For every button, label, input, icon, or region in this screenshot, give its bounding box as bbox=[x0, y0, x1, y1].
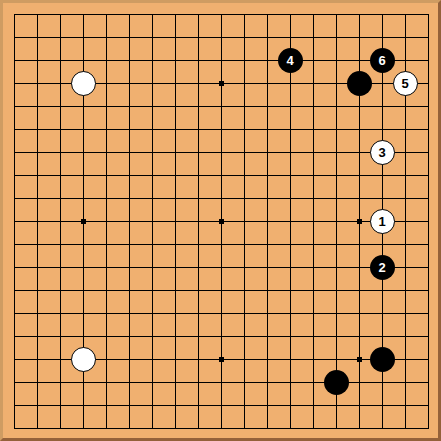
intersection bbox=[233, 141, 256, 164]
intersection bbox=[371, 325, 394, 348]
intersection bbox=[371, 348, 394, 371]
white-stone-move-5: 5 bbox=[393, 71, 418, 96]
intersection bbox=[279, 371, 302, 394]
intersection bbox=[302, 325, 325, 348]
intersection bbox=[325, 49, 348, 72]
intersection bbox=[233, 348, 256, 371]
intersection bbox=[325, 3, 348, 26]
intersection bbox=[26, 164, 49, 187]
intersection bbox=[394, 233, 417, 256]
intersection bbox=[72, 302, 95, 325]
intersection bbox=[3, 371, 26, 394]
intersection bbox=[210, 394, 233, 417]
intersection bbox=[233, 187, 256, 210]
intersection bbox=[417, 187, 440, 210]
intersection bbox=[233, 118, 256, 141]
intersection bbox=[417, 210, 440, 233]
intersection bbox=[371, 371, 394, 394]
intersection bbox=[141, 26, 164, 49]
intersection: 1 bbox=[371, 210, 394, 233]
intersection bbox=[118, 118, 141, 141]
intersection bbox=[49, 118, 72, 141]
intersection bbox=[302, 26, 325, 49]
intersection bbox=[141, 325, 164, 348]
intersection bbox=[417, 279, 440, 302]
intersection bbox=[118, 325, 141, 348]
intersection bbox=[187, 256, 210, 279]
intersection bbox=[72, 210, 95, 233]
intersection bbox=[141, 302, 164, 325]
intersection bbox=[279, 279, 302, 302]
intersection bbox=[49, 49, 72, 72]
intersection bbox=[95, 49, 118, 72]
intersection bbox=[3, 187, 26, 210]
intersection bbox=[187, 371, 210, 394]
intersection bbox=[26, 348, 49, 371]
intersection bbox=[233, 72, 256, 95]
intersection bbox=[187, 325, 210, 348]
intersection bbox=[371, 187, 394, 210]
intersection bbox=[233, 210, 256, 233]
intersection bbox=[95, 233, 118, 256]
intersection bbox=[210, 164, 233, 187]
intersection bbox=[26, 95, 49, 118]
intersection bbox=[164, 371, 187, 394]
intersection bbox=[348, 348, 371, 371]
intersection bbox=[49, 187, 72, 210]
intersection bbox=[417, 118, 440, 141]
intersection bbox=[279, 325, 302, 348]
intersection bbox=[371, 118, 394, 141]
intersection bbox=[348, 233, 371, 256]
intersection bbox=[348, 118, 371, 141]
intersection bbox=[325, 72, 348, 95]
intersection bbox=[210, 49, 233, 72]
intersection bbox=[3, 49, 26, 72]
intersection bbox=[187, 302, 210, 325]
intersection bbox=[26, 187, 49, 210]
intersection bbox=[72, 72, 95, 95]
intersection bbox=[72, 95, 95, 118]
white-stone bbox=[71, 347, 96, 372]
intersection bbox=[164, 164, 187, 187]
intersection bbox=[371, 302, 394, 325]
intersection bbox=[302, 256, 325, 279]
intersection bbox=[371, 95, 394, 118]
intersection bbox=[49, 325, 72, 348]
intersection bbox=[302, 3, 325, 26]
go-board: 465312 bbox=[0, 0, 441, 441]
intersection bbox=[3, 141, 26, 164]
intersection bbox=[210, 348, 233, 371]
intersection bbox=[118, 348, 141, 371]
intersection bbox=[394, 141, 417, 164]
intersection bbox=[233, 279, 256, 302]
intersection bbox=[348, 26, 371, 49]
intersection bbox=[325, 141, 348, 164]
intersection bbox=[49, 394, 72, 417]
intersection bbox=[3, 164, 26, 187]
intersection bbox=[279, 141, 302, 164]
intersection bbox=[26, 3, 49, 26]
white-stone bbox=[71, 71, 96, 96]
intersection bbox=[49, 164, 72, 187]
intersection bbox=[417, 26, 440, 49]
intersection bbox=[95, 187, 118, 210]
intersection bbox=[417, 394, 440, 417]
intersection bbox=[187, 95, 210, 118]
intersection bbox=[279, 3, 302, 26]
intersection bbox=[118, 256, 141, 279]
intersection bbox=[118, 72, 141, 95]
intersection bbox=[49, 371, 72, 394]
intersection bbox=[118, 3, 141, 26]
intersection bbox=[256, 187, 279, 210]
intersection bbox=[302, 210, 325, 233]
intersection bbox=[325, 210, 348, 233]
intersection bbox=[371, 279, 394, 302]
intersection bbox=[302, 164, 325, 187]
intersection bbox=[233, 302, 256, 325]
intersection bbox=[49, 302, 72, 325]
intersection bbox=[233, 3, 256, 26]
intersection bbox=[348, 164, 371, 187]
intersection bbox=[72, 256, 95, 279]
intersection bbox=[256, 394, 279, 417]
intersection bbox=[164, 233, 187, 256]
intersection bbox=[394, 164, 417, 187]
intersection bbox=[371, 72, 394, 95]
intersection bbox=[3, 95, 26, 118]
intersection bbox=[3, 72, 26, 95]
intersection bbox=[95, 256, 118, 279]
intersection bbox=[49, 348, 72, 371]
intersection bbox=[302, 118, 325, 141]
intersection bbox=[95, 325, 118, 348]
intersection bbox=[233, 26, 256, 49]
intersection bbox=[141, 118, 164, 141]
intersection bbox=[417, 325, 440, 348]
intersection bbox=[164, 141, 187, 164]
intersection bbox=[302, 279, 325, 302]
intersection bbox=[141, 49, 164, 72]
intersection bbox=[394, 371, 417, 394]
intersection bbox=[417, 141, 440, 164]
intersection bbox=[26, 26, 49, 49]
intersection bbox=[26, 118, 49, 141]
intersection bbox=[3, 394, 26, 417]
intersection bbox=[279, 72, 302, 95]
intersection bbox=[118, 141, 141, 164]
intersection bbox=[72, 3, 95, 26]
intersection bbox=[95, 279, 118, 302]
intersection bbox=[72, 26, 95, 49]
intersection bbox=[26, 141, 49, 164]
intersection bbox=[233, 417, 256, 440]
intersection bbox=[118, 49, 141, 72]
intersection bbox=[141, 164, 164, 187]
intersection bbox=[3, 302, 26, 325]
intersection bbox=[256, 256, 279, 279]
intersection bbox=[417, 371, 440, 394]
intersection bbox=[49, 72, 72, 95]
intersection bbox=[118, 210, 141, 233]
intersection: 4 bbox=[279, 49, 302, 72]
intersection bbox=[26, 394, 49, 417]
intersection bbox=[164, 210, 187, 233]
intersection bbox=[187, 417, 210, 440]
intersection bbox=[325, 233, 348, 256]
intersection bbox=[164, 49, 187, 72]
intersection bbox=[256, 348, 279, 371]
intersection bbox=[72, 279, 95, 302]
intersection bbox=[95, 164, 118, 187]
intersection bbox=[95, 210, 118, 233]
intersection bbox=[302, 49, 325, 72]
intersection bbox=[26, 256, 49, 279]
intersection: 6 bbox=[371, 49, 394, 72]
white-stone-move-1: 1 bbox=[370, 209, 395, 234]
intersection bbox=[279, 187, 302, 210]
intersection bbox=[210, 279, 233, 302]
intersection bbox=[233, 164, 256, 187]
intersection bbox=[26, 72, 49, 95]
intersection bbox=[256, 233, 279, 256]
intersection bbox=[417, 256, 440, 279]
intersection bbox=[348, 141, 371, 164]
intersection bbox=[210, 187, 233, 210]
intersection bbox=[279, 26, 302, 49]
intersection bbox=[49, 3, 72, 26]
intersection bbox=[256, 325, 279, 348]
intersection bbox=[256, 72, 279, 95]
intersection bbox=[141, 210, 164, 233]
intersection bbox=[417, 348, 440, 371]
intersection bbox=[325, 325, 348, 348]
intersection bbox=[394, 256, 417, 279]
intersection bbox=[210, 118, 233, 141]
intersection bbox=[26, 210, 49, 233]
intersection bbox=[164, 72, 187, 95]
intersection bbox=[394, 95, 417, 118]
intersection bbox=[325, 95, 348, 118]
intersection bbox=[394, 279, 417, 302]
intersection bbox=[187, 279, 210, 302]
intersection bbox=[187, 187, 210, 210]
intersection bbox=[49, 95, 72, 118]
intersection bbox=[210, 371, 233, 394]
intersection bbox=[210, 302, 233, 325]
intersection bbox=[417, 302, 440, 325]
intersection bbox=[49, 256, 72, 279]
intersection bbox=[141, 233, 164, 256]
intersection bbox=[417, 49, 440, 72]
intersection bbox=[3, 279, 26, 302]
intersection bbox=[302, 187, 325, 210]
intersection bbox=[279, 210, 302, 233]
intersection bbox=[233, 95, 256, 118]
intersection bbox=[141, 95, 164, 118]
intersection bbox=[141, 256, 164, 279]
intersection bbox=[256, 95, 279, 118]
intersection bbox=[348, 302, 371, 325]
intersection bbox=[417, 417, 440, 440]
intersection bbox=[394, 394, 417, 417]
intersection bbox=[348, 210, 371, 233]
intersection bbox=[371, 26, 394, 49]
intersection bbox=[187, 26, 210, 49]
black-stone bbox=[370, 347, 395, 372]
intersection bbox=[72, 325, 95, 348]
intersection bbox=[210, 26, 233, 49]
intersection bbox=[417, 3, 440, 26]
intersection bbox=[394, 325, 417, 348]
intersection bbox=[3, 256, 26, 279]
intersection bbox=[72, 141, 95, 164]
intersection bbox=[371, 417, 394, 440]
intersection bbox=[49, 233, 72, 256]
intersection bbox=[302, 95, 325, 118]
intersection bbox=[233, 233, 256, 256]
intersection bbox=[95, 348, 118, 371]
intersection bbox=[118, 233, 141, 256]
intersection bbox=[72, 348, 95, 371]
intersection bbox=[141, 72, 164, 95]
intersection bbox=[141, 3, 164, 26]
intersection bbox=[279, 417, 302, 440]
intersection bbox=[348, 325, 371, 348]
intersection bbox=[325, 26, 348, 49]
intersection bbox=[72, 233, 95, 256]
intersection bbox=[302, 394, 325, 417]
intersection bbox=[164, 187, 187, 210]
intersection bbox=[325, 348, 348, 371]
intersection bbox=[210, 233, 233, 256]
intersection bbox=[164, 3, 187, 26]
intersection bbox=[394, 417, 417, 440]
intersection bbox=[164, 118, 187, 141]
intersection bbox=[302, 371, 325, 394]
black-stone-move-2: 2 bbox=[370, 255, 395, 280]
intersection bbox=[348, 49, 371, 72]
intersection bbox=[348, 187, 371, 210]
intersection bbox=[3, 26, 26, 49]
intersection bbox=[141, 141, 164, 164]
intersection bbox=[279, 164, 302, 187]
intersection bbox=[95, 72, 118, 95]
intersection bbox=[187, 118, 210, 141]
intersection bbox=[256, 210, 279, 233]
intersection bbox=[72, 118, 95, 141]
intersection bbox=[256, 371, 279, 394]
intersection bbox=[394, 187, 417, 210]
intersection bbox=[348, 371, 371, 394]
intersection: 2 bbox=[371, 256, 394, 279]
intersection bbox=[187, 49, 210, 72]
intersection bbox=[141, 394, 164, 417]
board-grid: 465312 bbox=[3, 3, 440, 440]
intersection bbox=[210, 210, 233, 233]
intersection bbox=[26, 302, 49, 325]
intersection bbox=[3, 417, 26, 440]
intersection bbox=[49, 26, 72, 49]
intersection bbox=[118, 279, 141, 302]
intersection bbox=[95, 371, 118, 394]
intersection bbox=[95, 141, 118, 164]
intersection bbox=[187, 233, 210, 256]
intersection: 5 bbox=[394, 72, 417, 95]
intersection bbox=[325, 187, 348, 210]
intersection bbox=[164, 279, 187, 302]
intersection bbox=[302, 417, 325, 440]
intersection bbox=[302, 141, 325, 164]
intersection bbox=[394, 49, 417, 72]
intersection bbox=[3, 325, 26, 348]
intersection bbox=[394, 118, 417, 141]
intersection bbox=[210, 417, 233, 440]
intersection bbox=[164, 417, 187, 440]
intersection bbox=[72, 417, 95, 440]
intersection bbox=[394, 348, 417, 371]
intersection bbox=[95, 302, 118, 325]
intersection bbox=[302, 233, 325, 256]
intersection bbox=[72, 187, 95, 210]
intersection bbox=[325, 302, 348, 325]
intersection bbox=[26, 371, 49, 394]
intersection bbox=[417, 233, 440, 256]
intersection bbox=[3, 233, 26, 256]
intersection bbox=[371, 3, 394, 26]
intersection bbox=[72, 49, 95, 72]
intersection bbox=[164, 26, 187, 49]
intersection bbox=[279, 348, 302, 371]
intersection bbox=[325, 164, 348, 187]
intersection bbox=[302, 302, 325, 325]
intersection bbox=[164, 394, 187, 417]
intersection bbox=[394, 26, 417, 49]
intersection bbox=[141, 279, 164, 302]
intersection bbox=[325, 417, 348, 440]
intersection bbox=[164, 256, 187, 279]
intersection bbox=[187, 72, 210, 95]
intersection bbox=[187, 141, 210, 164]
intersection bbox=[95, 26, 118, 49]
intersection bbox=[118, 187, 141, 210]
intersection bbox=[210, 325, 233, 348]
white-stone-move-3: 3 bbox=[370, 140, 395, 165]
intersection bbox=[371, 164, 394, 187]
intersection bbox=[26, 325, 49, 348]
intersection bbox=[118, 95, 141, 118]
intersection bbox=[118, 371, 141, 394]
intersection bbox=[325, 256, 348, 279]
intersection bbox=[210, 95, 233, 118]
black-stone-move-6: 6 bbox=[370, 48, 395, 73]
intersection bbox=[417, 72, 440, 95]
intersection bbox=[49, 141, 72, 164]
intersection bbox=[256, 417, 279, 440]
intersection bbox=[325, 371, 348, 394]
intersection bbox=[210, 72, 233, 95]
intersection bbox=[256, 26, 279, 49]
intersection bbox=[348, 72, 371, 95]
intersection bbox=[210, 256, 233, 279]
intersection bbox=[95, 118, 118, 141]
intersection bbox=[95, 95, 118, 118]
intersection bbox=[279, 302, 302, 325]
intersection bbox=[394, 3, 417, 26]
intersection bbox=[164, 325, 187, 348]
